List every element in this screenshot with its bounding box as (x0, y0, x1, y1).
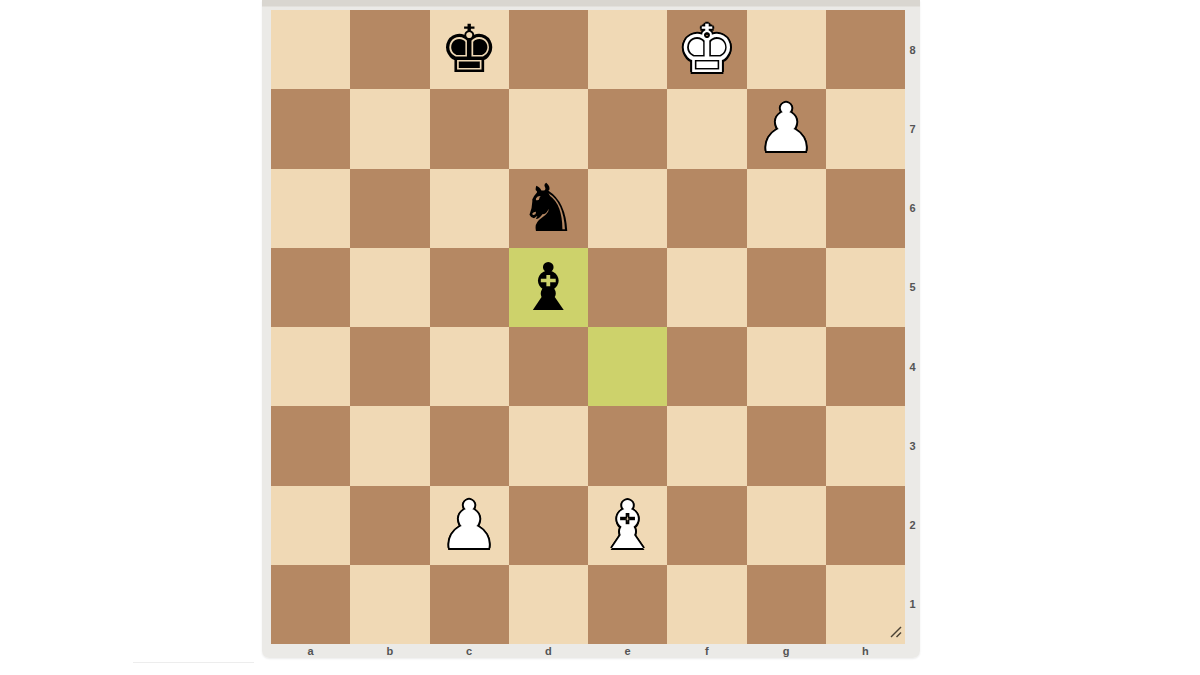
rank-label-5: 5 (905, 248, 920, 327)
square-a7[interactable] (271, 89, 350, 168)
square-b8[interactable] (350, 10, 429, 89)
square-e3[interactable] (588, 406, 667, 485)
rank-label-8: 8 (905, 10, 920, 89)
square-h6[interactable] (826, 169, 905, 248)
square-c2[interactable]: ♟ (430, 486, 509, 565)
file-label-a: a (271, 644, 350, 658)
square-c8[interactable]: ♚ (430, 10, 509, 89)
square-c6[interactable] (430, 169, 509, 248)
square-c5[interactable] (430, 248, 509, 327)
square-a1[interactable] (271, 565, 350, 644)
resize-handle-icon[interactable] (888, 624, 903, 639)
page: ♚♚♟♞♝♟♝ 87654321 abcdefgh (0, 0, 1200, 675)
square-g7[interactable]: ♟ (747, 89, 826, 168)
square-g8[interactable] (747, 10, 826, 89)
white-bishop-piece[interactable]: ♝ (598, 486, 657, 565)
square-e4[interactable] (588, 327, 667, 406)
file-label-f: f (667, 644, 746, 658)
square-b7[interactable] (350, 89, 429, 168)
square-g4[interactable] (747, 327, 826, 406)
square-g2[interactable] (747, 486, 826, 565)
file-label-c: c (430, 644, 509, 658)
square-f8[interactable]: ♚ (667, 10, 746, 89)
square-d3[interactable] (509, 406, 588, 485)
square-a6[interactable] (271, 169, 350, 248)
square-d8[interactable] (509, 10, 588, 89)
square-d1[interactable] (509, 565, 588, 644)
square-e7[interactable] (588, 89, 667, 168)
bottom-divider (133, 662, 254, 663)
square-a2[interactable] (271, 486, 350, 565)
square-d5[interactable]: ♝ (509, 248, 588, 327)
square-a4[interactable] (271, 327, 350, 406)
square-c7[interactable] (430, 89, 509, 168)
white-king-piece[interactable]: ♚ (677, 10, 736, 89)
square-h2[interactable] (826, 486, 905, 565)
square-g5[interactable] (747, 248, 826, 327)
square-e1[interactable] (588, 565, 667, 644)
square-a5[interactable] (271, 248, 350, 327)
square-b3[interactable] (350, 406, 429, 485)
black-knight-piece[interactable]: ♞ (519, 169, 578, 248)
white-pawn-piece[interactable]: ♟ (757, 89, 816, 168)
black-king-piece[interactable]: ♚ (440, 10, 499, 89)
rank-label-7: 7 (905, 89, 920, 168)
square-b1[interactable] (350, 565, 429, 644)
square-d4[interactable] (509, 327, 588, 406)
square-f6[interactable] (667, 169, 746, 248)
square-h4[interactable] (826, 327, 905, 406)
square-b4[interactable] (350, 327, 429, 406)
file-label-e: e (588, 644, 667, 658)
square-h8[interactable] (826, 10, 905, 89)
white-pawn-piece[interactable]: ♟ (440, 486, 499, 565)
square-f7[interactable] (667, 89, 746, 168)
file-label-b: b (350, 644, 429, 658)
rank-labels: 87654321 (905, 10, 920, 644)
square-f5[interactable] (667, 248, 746, 327)
rank-label-6: 6 (905, 169, 920, 248)
rank-label-4: 4 (905, 327, 920, 406)
square-b5[interactable] (350, 248, 429, 327)
square-d2[interactable] (509, 486, 588, 565)
square-h7[interactable] (826, 89, 905, 168)
square-e8[interactable] (588, 10, 667, 89)
square-a8[interactable] (271, 10, 350, 89)
square-g1[interactable] (747, 565, 826, 644)
square-d6[interactable]: ♞ (509, 169, 588, 248)
rank-label-3: 3 (905, 406, 920, 485)
chess-board[interactable]: ♚♚♟♞♝♟♝ (271, 10, 905, 644)
square-e2[interactable]: ♝ (588, 486, 667, 565)
square-d7[interactable] (509, 89, 588, 168)
square-b2[interactable] (350, 486, 429, 565)
rank-label-1: 1 (905, 565, 920, 644)
file-label-h: h (826, 644, 905, 658)
square-a3[interactable] (271, 406, 350, 485)
square-c3[interactable] (430, 406, 509, 485)
square-c4[interactable] (430, 327, 509, 406)
file-labels: abcdefgh (271, 644, 905, 658)
square-f4[interactable] (667, 327, 746, 406)
file-label-d: d (509, 644, 588, 658)
black-bishop-piece[interactable]: ♝ (519, 248, 578, 327)
square-h5[interactable] (826, 248, 905, 327)
rank-label-2: 2 (905, 486, 920, 565)
square-f3[interactable] (667, 406, 746, 485)
square-f1[interactable] (667, 565, 746, 644)
square-f2[interactable] (667, 486, 746, 565)
square-e5[interactable] (588, 248, 667, 327)
square-g3[interactable] (747, 406, 826, 485)
file-label-g: g (747, 644, 826, 658)
square-h3[interactable] (826, 406, 905, 485)
square-g6[interactable] (747, 169, 826, 248)
square-e6[interactable] (588, 169, 667, 248)
square-b6[interactable] (350, 169, 429, 248)
square-c1[interactable] (430, 565, 509, 644)
